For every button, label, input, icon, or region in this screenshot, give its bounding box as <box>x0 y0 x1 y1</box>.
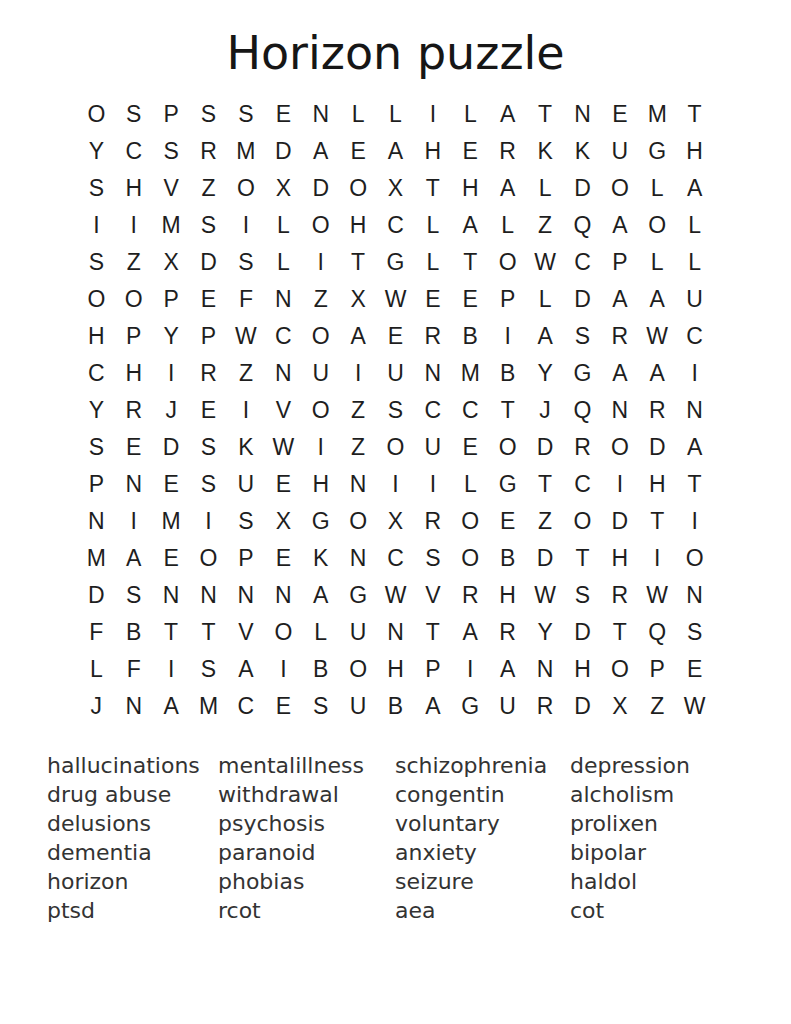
grid-cell: N <box>227 577 264 614</box>
grid-cell: X <box>601 688 638 725</box>
grid-cell: S <box>190 96 227 133</box>
grid-cell: N <box>414 355 451 392</box>
grid-cell: E <box>152 540 189 577</box>
grid-cell: T <box>452 244 489 281</box>
grid-cell: N <box>78 503 115 540</box>
grid-cell: H <box>564 651 601 688</box>
grid-cell: Z <box>302 281 339 318</box>
grid-cell: O <box>302 207 339 244</box>
grid-cell: O <box>339 503 376 540</box>
grid-cell: T <box>489 392 526 429</box>
grid-cell: L <box>377 96 414 133</box>
grid-cell: T <box>339 244 376 281</box>
grid-cell: G <box>339 577 376 614</box>
grid-cell: L <box>339 96 376 133</box>
grid-cell: L <box>639 170 676 207</box>
grid-cell: T <box>676 466 713 503</box>
grid-cell: N <box>115 466 152 503</box>
word-column: hallucinationsdrug abusedelusionsdementi… <box>47 751 218 925</box>
grid-cell: D <box>564 614 601 651</box>
grid-cell: L <box>676 207 713 244</box>
grid-cell: S <box>190 466 227 503</box>
grid-cell: I <box>489 318 526 355</box>
word-item: rcot <box>218 896 395 925</box>
word-item: drug abuse <box>47 780 218 809</box>
grid-cell: V <box>227 614 264 651</box>
grid-cell: O <box>601 651 638 688</box>
grid-cell: L <box>414 244 451 281</box>
grid-cell: W <box>377 577 414 614</box>
grid-cell: I <box>227 207 264 244</box>
grid-cell: Q <box>564 392 601 429</box>
grid-cell: L <box>265 244 302 281</box>
grid-cell: I <box>377 466 414 503</box>
grid-cell: I <box>639 540 676 577</box>
grid-cell: L <box>489 207 526 244</box>
word-item: hallucinations <box>47 751 218 780</box>
grid-cell: O <box>339 651 376 688</box>
grid-cell: U <box>339 614 376 651</box>
grid-cell: M <box>227 133 264 170</box>
grid-cell: L <box>526 281 563 318</box>
grid-cell: X <box>377 503 414 540</box>
grid-cell: N <box>152 577 189 614</box>
grid-cell: W <box>639 577 676 614</box>
grid-cell: P <box>227 540 264 577</box>
word-item: anxiety <box>395 838 570 867</box>
grid-cell: I <box>302 429 339 466</box>
grid-cell: G <box>377 244 414 281</box>
grid-cell: L <box>639 244 676 281</box>
grid-cell: U <box>676 281 713 318</box>
grid-cell: T <box>601 614 638 651</box>
grid-cell: H <box>302 466 339 503</box>
grid-cell: L <box>78 651 115 688</box>
grid-cell: R <box>414 318 451 355</box>
grid-cell: I <box>115 503 152 540</box>
grid-cell: H <box>414 133 451 170</box>
grid-cell: N <box>564 96 601 133</box>
grid-cell: S <box>377 392 414 429</box>
word-item: bipolar <box>570 838 791 867</box>
grid-cell: M <box>452 355 489 392</box>
word-item: ptsd <box>47 896 218 925</box>
grid-cell: R <box>452 577 489 614</box>
grid-cell: T <box>676 96 713 133</box>
grid-cell: K <box>526 133 563 170</box>
grid-cell: U <box>489 688 526 725</box>
grid-cell: B <box>115 614 152 651</box>
grid-cell: H <box>339 207 376 244</box>
grid-cell: S <box>302 688 339 725</box>
grid-cell: L <box>526 170 563 207</box>
grid-cell: Q <box>639 614 676 651</box>
grid-cell: S <box>227 503 264 540</box>
grid-cell: P <box>414 651 451 688</box>
grid-cell: M <box>190 688 227 725</box>
page-title: Horizon puzzle <box>0 0 791 80</box>
grid-cell: A <box>676 429 713 466</box>
grid-cell: A <box>489 96 526 133</box>
grid-cell: A <box>452 614 489 651</box>
grid-cell: N <box>265 355 302 392</box>
word-item: paranoid <box>218 838 395 867</box>
grid-cell: T <box>526 96 563 133</box>
grid-cell: W <box>676 688 713 725</box>
grid-cell: A <box>339 318 376 355</box>
grid-cell: S <box>115 577 152 614</box>
grid-cell: O <box>452 540 489 577</box>
grid-cell: O <box>302 392 339 429</box>
grid-cell: A <box>115 540 152 577</box>
grid-cell: W <box>227 318 264 355</box>
grid-cell: W <box>639 318 676 355</box>
grid-cell: O <box>676 540 713 577</box>
grid-cell: E <box>452 429 489 466</box>
grid-cell: T <box>414 614 451 651</box>
grid-cell: O <box>78 281 115 318</box>
grid-cell: J <box>152 392 189 429</box>
grid-cell: N <box>265 577 302 614</box>
grid-cell: E <box>489 503 526 540</box>
grid-cell: C <box>676 318 713 355</box>
grid-cell: A <box>377 133 414 170</box>
grid-cell: G <box>489 466 526 503</box>
word-item: psychosis <box>218 809 395 838</box>
grid-cell: O <box>452 503 489 540</box>
grid-cell: D <box>564 688 601 725</box>
grid-cell: K <box>227 429 264 466</box>
grid-cell: T <box>526 466 563 503</box>
grid-cell: Z <box>639 688 676 725</box>
grid-cell: R <box>489 133 526 170</box>
grid-cell: O <box>564 503 601 540</box>
grid-cell: O <box>265 614 302 651</box>
grid-cell: E <box>414 281 451 318</box>
grid-cell: E <box>265 466 302 503</box>
grid-cell: O <box>489 244 526 281</box>
grid-cell: K <box>564 133 601 170</box>
grid-cell: C <box>78 355 115 392</box>
grid-cell: S <box>564 577 601 614</box>
grid-cell: S <box>190 651 227 688</box>
word-item: haldol <box>570 867 791 896</box>
grid-cell: A <box>601 355 638 392</box>
grid-cell: Z <box>339 392 376 429</box>
word-search-grid: OSPSSENLLILATNEMTYCSRMDAEAHERKKUGHSHVZOX… <box>78 96 714 725</box>
grid-cell: Q <box>564 207 601 244</box>
grid-cell: V <box>152 170 189 207</box>
grid-cell: N <box>676 577 713 614</box>
grid-cell: A <box>152 688 189 725</box>
grid-cell: S <box>227 244 264 281</box>
grid-cell: S <box>227 96 264 133</box>
grid-cell: O <box>227 170 264 207</box>
grid-cell: I <box>414 96 451 133</box>
grid-cell: O <box>639 207 676 244</box>
grid-cell: A <box>302 133 339 170</box>
grid-cell: P <box>601 244 638 281</box>
grid-cell: K <box>302 540 339 577</box>
grid-cell: H <box>676 133 713 170</box>
grid-cell: I <box>152 355 189 392</box>
grid-cell: A <box>489 170 526 207</box>
grid-cell: S <box>115 96 152 133</box>
grid-cell: N <box>377 614 414 651</box>
grid-cell: U <box>302 355 339 392</box>
grid-cell: C <box>377 540 414 577</box>
grid-cell: D <box>526 429 563 466</box>
word-item: aea <box>395 896 570 925</box>
grid-cell: D <box>601 503 638 540</box>
grid-cell: B <box>302 651 339 688</box>
grid-cell: R <box>526 688 563 725</box>
grid-cell: W <box>377 281 414 318</box>
grid-cell: F <box>78 614 115 651</box>
grid-cell: A <box>414 688 451 725</box>
grid-cell: E <box>452 133 489 170</box>
grid-cell: G <box>302 503 339 540</box>
grid-cell: L <box>676 244 713 281</box>
grid-cell: U <box>339 688 376 725</box>
grid-cell: U <box>227 466 264 503</box>
grid-cell: L <box>452 466 489 503</box>
grid-cell: H <box>601 540 638 577</box>
word-item: phobias <box>218 867 395 896</box>
grid-cell: N <box>302 96 339 133</box>
word-column: depressionalcholismprolixenbipolarhaldol… <box>570 751 791 925</box>
grid-cell: Y <box>78 392 115 429</box>
grid-cell: N <box>265 281 302 318</box>
grid-cell: I <box>302 244 339 281</box>
grid-cell: E <box>115 429 152 466</box>
grid-cell: P <box>115 318 152 355</box>
grid-cell: I <box>452 651 489 688</box>
word-list: hallucinationsdrug abusedelusionsdementi… <box>47 751 791 925</box>
grid-cell: C <box>227 688 264 725</box>
grid-cell: O <box>115 281 152 318</box>
grid-cell: A <box>526 318 563 355</box>
grid-cell: T <box>152 614 189 651</box>
grid-cell: A <box>676 170 713 207</box>
grid-cell: I <box>265 651 302 688</box>
grid-cell: E <box>676 651 713 688</box>
grid-cell: Y <box>152 318 189 355</box>
grid-cell: B <box>489 355 526 392</box>
word-item: cot <box>570 896 791 925</box>
word-item: dementia <box>47 838 218 867</box>
grid-cell: Z <box>526 503 563 540</box>
grid-cell: D <box>265 133 302 170</box>
grid-cell: H <box>115 355 152 392</box>
grid-cell: D <box>152 429 189 466</box>
grid-cell: M <box>152 207 189 244</box>
grid-cell: P <box>489 281 526 318</box>
word-column: schizophreniacongentinvoluntaryanxietyse… <box>395 751 570 925</box>
grid-cell: L <box>414 207 451 244</box>
word-item: delusions <box>47 809 218 838</box>
grid-cell: Z <box>115 244 152 281</box>
grid-cell: N <box>526 651 563 688</box>
grid-cell: I <box>78 207 115 244</box>
grid-cell: S <box>190 207 227 244</box>
grid-cell: N <box>339 466 376 503</box>
word-item: depression <box>570 751 791 780</box>
grid-cell: I <box>339 355 376 392</box>
grid-cell: I <box>414 466 451 503</box>
grid-cell: S <box>78 170 115 207</box>
grid-cell: A <box>601 281 638 318</box>
grid-cell: C <box>452 392 489 429</box>
grid-cell: I <box>676 503 713 540</box>
grid-cell: O <box>339 170 376 207</box>
grid-cell: C <box>414 392 451 429</box>
grid-cell: E <box>452 281 489 318</box>
grid-cell: I <box>227 392 264 429</box>
grid-cell: F <box>115 651 152 688</box>
grid-cell: H <box>639 466 676 503</box>
grid-cell: P <box>639 651 676 688</box>
grid-cell: X <box>339 281 376 318</box>
grid-cell: R <box>190 133 227 170</box>
grid-cell: E <box>601 96 638 133</box>
grid-cell: S <box>676 614 713 651</box>
grid-cell: H <box>489 577 526 614</box>
grid-cell: E <box>377 318 414 355</box>
grid-cell: Y <box>526 355 563 392</box>
word-column: mentalillnesswithdrawalpsychosisparanoid… <box>218 751 395 925</box>
grid-cell: S <box>190 429 227 466</box>
grid-cell: U <box>601 133 638 170</box>
grid-cell: S <box>152 133 189 170</box>
grid-cell: X <box>377 170 414 207</box>
grid-cell: T <box>639 503 676 540</box>
grid-cell: R <box>601 318 638 355</box>
grid-cell: S <box>414 540 451 577</box>
grid-cell: A <box>227 651 264 688</box>
grid-cell: H <box>452 170 489 207</box>
grid-cell: D <box>639 429 676 466</box>
grid-cell: O <box>190 540 227 577</box>
grid-cell: I <box>676 355 713 392</box>
grid-cell: G <box>564 355 601 392</box>
grid-cell: R <box>489 614 526 651</box>
grid-cell: C <box>115 133 152 170</box>
grid-cell: W <box>526 577 563 614</box>
grid-cell: R <box>639 392 676 429</box>
word-item: mentalillness <box>218 751 395 780</box>
grid-cell: N <box>190 577 227 614</box>
grid-cell: F <box>227 281 264 318</box>
grid-cell: D <box>78 577 115 614</box>
grid-cell: Z <box>526 207 563 244</box>
grid-cell: Y <box>526 614 563 651</box>
grid-cell: X <box>265 503 302 540</box>
word-item: horizon <box>47 867 218 896</box>
grid-cell: P <box>152 96 189 133</box>
grid-cell: H <box>115 170 152 207</box>
grid-cell: I <box>152 651 189 688</box>
grid-cell: G <box>452 688 489 725</box>
word-item: seizure <box>395 867 570 896</box>
grid-cell: E <box>152 466 189 503</box>
grid-cell: E <box>265 96 302 133</box>
grid-cell: E <box>190 281 227 318</box>
grid-cell: Z <box>190 170 227 207</box>
grid-cell: I <box>115 207 152 244</box>
grid-cell: D <box>302 170 339 207</box>
grid-cell: M <box>152 503 189 540</box>
grid-cell: O <box>489 429 526 466</box>
word-item: withdrawal <box>218 780 395 809</box>
grid-cell: D <box>564 170 601 207</box>
word-item: schizophrenia <box>395 751 570 780</box>
grid-cell: L <box>265 207 302 244</box>
grid-cell: W <box>265 429 302 466</box>
grid-cell: D <box>526 540 563 577</box>
grid-cell: A <box>452 207 489 244</box>
word-item: alcholism <box>570 780 791 809</box>
grid-cell: J <box>78 688 115 725</box>
grid-cell: H <box>377 651 414 688</box>
grid-cell: O <box>601 429 638 466</box>
grid-cell: Y <box>78 133 115 170</box>
grid-cell: T <box>564 540 601 577</box>
grid-cell: V <box>414 577 451 614</box>
word-item: congentin <box>395 780 570 809</box>
grid-cell: Z <box>339 429 376 466</box>
grid-cell: A <box>302 577 339 614</box>
grid-cell: E <box>265 540 302 577</box>
grid-cell: N <box>676 392 713 429</box>
grid-cell: R <box>564 429 601 466</box>
grid-cell: S <box>78 244 115 281</box>
grid-cell: C <box>377 207 414 244</box>
grid-cell: P <box>78 466 115 503</box>
grid-cell: D <box>190 244 227 281</box>
grid-cell: C <box>265 318 302 355</box>
grid-cell: M <box>639 96 676 133</box>
grid-cell: S <box>78 429 115 466</box>
grid-cell: B <box>489 540 526 577</box>
grid-cell: C <box>564 466 601 503</box>
grid-cell: E <box>339 133 376 170</box>
grid-cell: I <box>601 466 638 503</box>
grid-cell: O <box>78 96 115 133</box>
grid-cell: N <box>339 540 376 577</box>
grid-cell: P <box>152 281 189 318</box>
grid-cell: E <box>265 688 302 725</box>
grid-cell: M <box>78 540 115 577</box>
grid-cell: N <box>601 392 638 429</box>
grid-cell: Z <box>227 355 264 392</box>
grid-cell: B <box>377 688 414 725</box>
word-item: voluntary <box>395 809 570 838</box>
grid-cell: D <box>564 281 601 318</box>
grid-cell: A <box>601 207 638 244</box>
grid-cell: T <box>414 170 451 207</box>
grid-cell: U <box>414 429 451 466</box>
grid-cell: S <box>564 318 601 355</box>
grid-cell: E <box>190 392 227 429</box>
grid-cell: B <box>452 318 489 355</box>
grid-cell: O <box>377 429 414 466</box>
grid-cell: H <box>78 318 115 355</box>
grid-cell: V <box>265 392 302 429</box>
word-item: prolixen <box>570 809 791 838</box>
grid-cell: C <box>564 244 601 281</box>
grid-cell: O <box>302 318 339 355</box>
